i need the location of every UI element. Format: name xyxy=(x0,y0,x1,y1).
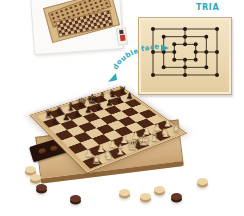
checker-piece-dark xyxy=(36,184,47,191)
checker-piece-light xyxy=(25,166,36,173)
checker-piece-light xyxy=(140,193,151,200)
tria-point xyxy=(194,58,198,62)
tria-point xyxy=(215,27,219,31)
logo-mark-dark xyxy=(119,30,124,35)
tria-label: TRIA xyxy=(196,3,219,12)
tria-point xyxy=(215,50,219,54)
tria-point xyxy=(183,27,187,31)
tria-point xyxy=(183,42,187,46)
checker-piece-dark xyxy=(171,193,182,200)
chess-board-frame: ♜♞♝♛♚♝♞♜♟♟♟♟♟♟♟♟♟♟♟♟♟♟♟♟♜♞♝♛♚♝♞♜ xyxy=(29,86,187,173)
tria-point xyxy=(204,65,208,69)
tria-point xyxy=(194,42,198,46)
checker-piece-light xyxy=(30,174,41,181)
checker-piece-light xyxy=(197,178,208,185)
checker-piece-dark xyxy=(70,195,81,202)
tria-point xyxy=(172,42,176,46)
tria-point xyxy=(204,50,208,54)
chess-square xyxy=(107,120,125,130)
checker-piece-light xyxy=(154,186,165,193)
checker-piece-light xyxy=(119,189,130,196)
tria-point xyxy=(194,50,198,54)
chess-piece-black: ♟ xyxy=(71,109,84,118)
tria-point xyxy=(204,35,208,39)
tria-point xyxy=(162,35,166,39)
chess-board: ♜♞♝♛♚♝♞♜♟♟♟♟♟♟♟♟♟♟♟♟♟♟♟♟♜♞♝♛♚♝♞♜ xyxy=(37,90,180,169)
tria-point xyxy=(215,73,219,77)
chess-square xyxy=(139,109,157,118)
chess-piece-black: ♟ xyxy=(60,113,73,122)
retail-box-photo xyxy=(43,0,120,43)
chess-piece-black: ♟ xyxy=(82,106,95,115)
chess-piece-white: ♜ xyxy=(89,155,104,166)
chess-scene: ♜♞♝♛♚♝♞♜♟♟♟♟♟♟♟♟♟♟♟♟♟♟♟♟♜♞♝♛♚♝♞♜ xyxy=(18,49,194,199)
tria-point xyxy=(151,27,155,31)
product-photo: TRIA double face ♜♞♝♛♚♝♞♜♟♟♟♟♟♟♟♟♟♟♟♟♟♟♟… xyxy=(0,0,244,216)
tria-point xyxy=(183,35,187,39)
chess-piece-black: ♟ xyxy=(48,117,61,126)
